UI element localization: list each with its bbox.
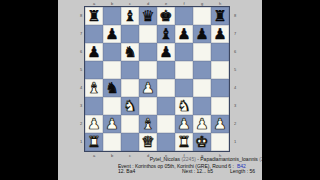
square-h3[interactable] xyxy=(211,97,229,115)
rank-label-right-5: 5 xyxy=(233,67,238,72)
piece-black-bishop[interactable]: ♝ xyxy=(123,7,136,25)
square-d8[interactable]: ♛ xyxy=(139,7,157,25)
piece-white-pawn[interactable]: ♟ xyxy=(195,115,208,133)
square-c4[interactable] xyxy=(121,79,139,97)
piece-black-pawn[interactable]: ♟ xyxy=(177,25,190,43)
piece-black-bishop[interactable]: ♝ xyxy=(159,25,172,43)
square-f8[interactable] xyxy=(175,7,193,25)
square-b8[interactable] xyxy=(103,7,121,25)
square-h1[interactable] xyxy=(211,133,229,151)
next-move: Next : 12... b5 xyxy=(182,168,213,174)
square-f1[interactable]: ♜ xyxy=(175,133,193,151)
square-e2[interactable] xyxy=(157,115,175,133)
square-f7[interactable]: ♟ xyxy=(175,25,193,43)
square-d6[interactable] xyxy=(139,43,157,61)
square-g5[interactable] xyxy=(193,61,211,79)
file-label-bottom-d: d xyxy=(139,153,157,158)
rank-label-right-3: 3 xyxy=(233,103,238,108)
piece-black-pawn[interactable]: ♟ xyxy=(87,43,100,61)
square-f4[interactable] xyxy=(175,79,193,97)
letterbox-left xyxy=(0,0,58,180)
video-frame: Pytel_Nicolas (2245) - Papadiamantonis_I… xyxy=(0,0,320,180)
square-c1[interactable] xyxy=(121,133,139,151)
file-label-bottom-f: f xyxy=(175,153,193,158)
square-b4[interactable]: ♞ xyxy=(103,79,121,97)
square-a3[interactable] xyxy=(85,97,103,115)
square-g3[interactable] xyxy=(193,97,211,115)
square-e5[interactable] xyxy=(157,61,175,79)
piece-white-pawn[interactable]: ♟ xyxy=(213,115,226,133)
square-e1[interactable] xyxy=(157,133,175,151)
file-label-top-c: c xyxy=(121,1,139,6)
piece-black-rook[interactable]: ♜ xyxy=(87,7,100,25)
square-e6[interactable]: ♟ xyxy=(157,43,175,61)
file-label-bottom-c: c xyxy=(121,153,139,158)
last-move: 12. Ba4 xyxy=(118,168,135,174)
square-h4[interactable] xyxy=(211,79,229,97)
file-label-bottom-e: e xyxy=(157,153,175,158)
square-d3[interactable] xyxy=(139,97,157,115)
piece-white-bishop[interactable]: ♝ xyxy=(141,115,154,133)
square-e3[interactable] xyxy=(157,97,175,115)
square-f3[interactable]: ♞ xyxy=(175,97,193,115)
piece-white-queen[interactable]: ♛ xyxy=(141,133,154,151)
piece-white-bishop[interactable]: ♝ xyxy=(87,79,100,97)
square-f6[interactable] xyxy=(175,43,193,61)
piece-white-king[interactable]: ♚ xyxy=(195,133,208,151)
square-e7[interactable]: ♝ xyxy=(157,25,175,43)
square-d4[interactable]: ♟ xyxy=(139,79,157,97)
square-c5[interactable] xyxy=(121,61,139,79)
piece-white-rook[interactable]: ♜ xyxy=(177,133,190,151)
square-f5[interactable] xyxy=(175,61,193,79)
square-c2[interactable] xyxy=(121,115,139,133)
file-label-bottom-b: b xyxy=(103,153,121,158)
square-h6[interactable] xyxy=(211,43,229,61)
rank-label-left-6: 6 xyxy=(79,49,84,54)
square-b5[interactable] xyxy=(103,61,121,79)
square-g2[interactable]: ♟ xyxy=(193,115,211,133)
rank-label-right-7: 7 xyxy=(233,31,238,36)
square-b1[interactable] xyxy=(103,133,121,151)
file-label-bottom-a: a xyxy=(85,153,103,158)
piece-white-pawn[interactable]: ♟ xyxy=(141,79,154,97)
file-label-bottom-h: h xyxy=(211,153,229,158)
file-label-top-d: d xyxy=(139,1,157,6)
piece-black-rook[interactable]: ♜ xyxy=(213,7,226,25)
square-g4[interactable] xyxy=(193,79,211,97)
square-g1[interactable]: ♚ xyxy=(193,133,211,151)
file-label-top-g: g xyxy=(193,1,211,6)
piece-black-pawn[interactable]: ♟ xyxy=(195,25,208,43)
rank-label-left-8: 8 xyxy=(79,13,84,18)
chess-board[interactable]: ♜♝♛♚♜♟♝♟♟♟♟♞♟♝♞♟♞♞♟♟♝♟♟♟♜♛♜♚ xyxy=(84,6,230,152)
rank-label-right-4: 4 xyxy=(233,85,238,90)
event-text: Event : Korinthos op 05th, Korinthi (GRE… xyxy=(118,163,234,169)
piece-white-pawn[interactable]: ♟ xyxy=(105,115,118,133)
square-d1[interactable]: ♛ xyxy=(139,133,157,151)
square-d5[interactable] xyxy=(139,61,157,79)
square-c8[interactable]: ♝ xyxy=(121,7,139,25)
square-f2[interactable]: ♟ xyxy=(175,115,193,133)
piece-black-pawn[interactable]: ♟ xyxy=(213,25,226,43)
rank-label-right-2: 2 xyxy=(233,121,238,126)
file-label-top-f: f xyxy=(175,1,193,6)
square-h2[interactable]: ♟ xyxy=(211,115,229,133)
piece-white-knight[interactable]: ♞ xyxy=(123,97,136,115)
piece-black-king[interactable]: ♚ xyxy=(159,7,172,25)
piece-white-pawn[interactable]: ♟ xyxy=(87,115,100,133)
square-a1[interactable]: ♜ xyxy=(85,133,103,151)
rank-label-left-2: 2 xyxy=(79,121,84,126)
piece-white-rook[interactable]: ♜ xyxy=(87,133,100,151)
rank-label-right-1: 1 xyxy=(233,139,238,144)
rank-label-right-8: 8 xyxy=(233,13,238,18)
square-b2[interactable]: ♟ xyxy=(103,115,121,133)
square-d7[interactable] xyxy=(139,25,157,43)
square-h8[interactable]: ♜ xyxy=(211,7,229,25)
square-e4[interactable] xyxy=(157,79,175,97)
rank-label-left-4: 4 xyxy=(79,85,84,90)
file-label-top-e: e xyxy=(157,1,175,6)
piece-black-pawn[interactable]: ♟ xyxy=(105,25,118,43)
rank-label-right-6: 6 xyxy=(233,49,238,54)
square-a4[interactable]: ♝ xyxy=(85,79,103,97)
piece-white-pawn[interactable]: ♟ xyxy=(177,115,190,133)
piece-black-knight[interactable]: ♞ xyxy=(105,79,118,97)
square-g8[interactable] xyxy=(193,7,211,25)
square-a2[interactable]: ♟ xyxy=(85,115,103,133)
square-c3[interactable]: ♞ xyxy=(121,97,139,115)
square-b7[interactable]: ♟ xyxy=(103,25,121,43)
rank-label-left-5: 5 xyxy=(79,67,84,72)
rank-label-left-3: 3 xyxy=(79,103,84,108)
piece-black-queen[interactable]: ♛ xyxy=(141,7,154,25)
file-label-top-b: b xyxy=(103,1,121,6)
rank-label-left-7: 7 xyxy=(79,31,84,36)
square-g7[interactable]: ♟ xyxy=(193,25,211,43)
square-e8[interactable]: ♚ xyxy=(157,7,175,25)
square-c6[interactable]: ♞ xyxy=(121,43,139,61)
file-label-bottom-g: g xyxy=(193,153,211,158)
square-c7[interactable] xyxy=(121,25,139,43)
piece-black-pawn[interactable]: ♟ xyxy=(159,43,172,61)
rank-label-left-1: 1 xyxy=(79,139,84,144)
square-b3[interactable] xyxy=(103,97,121,115)
square-g6[interactable] xyxy=(193,43,211,61)
square-h5[interactable] xyxy=(211,61,229,79)
square-a8[interactable]: ♜ xyxy=(85,7,103,25)
file-label-top-h: h xyxy=(211,1,229,6)
square-a5[interactable] xyxy=(85,61,103,79)
square-a7[interactable] xyxy=(85,25,103,43)
square-d2[interactable]: ♝ xyxy=(139,115,157,133)
square-a6[interactable]: ♟ xyxy=(85,43,103,61)
piece-white-knight[interactable]: ♞ xyxy=(177,97,190,115)
letterbox-right xyxy=(262,0,320,180)
game-length: Length : 56 xyxy=(230,168,255,174)
piece-black-knight[interactable]: ♞ xyxy=(123,43,136,61)
square-h7[interactable]: ♟ xyxy=(211,25,229,43)
square-b6[interactable] xyxy=(103,43,121,61)
file-label-top-a: a xyxy=(85,1,103,6)
